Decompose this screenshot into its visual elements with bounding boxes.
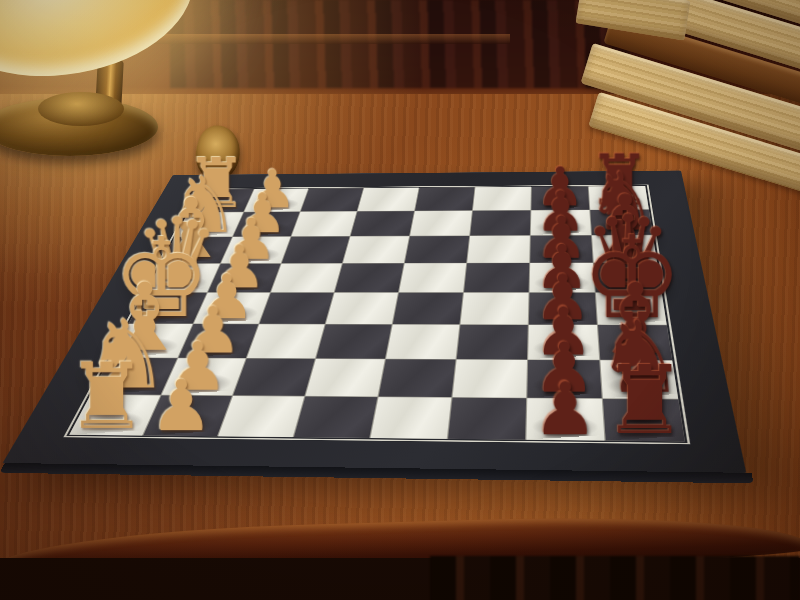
square-c6 — [467, 236, 530, 263]
square-d3 — [271, 264, 342, 293]
square-a3 — [301, 188, 364, 211]
piece-white-pawn: ♟ — [150, 378, 213, 433]
square-c3 — [282, 237, 350, 264]
square-a6 — [473, 187, 531, 211]
piece-white-rook: ♜ — [66, 362, 148, 433]
square-g6 — [453, 360, 527, 398]
square-d5 — [399, 263, 466, 292]
square-f3 — [247, 324, 325, 358]
chess-board: ♜♟♟♜♞♟♟♞♝♟♟♝♛♟♟♛♚♟♟♚♝♟♟♝♞♟♟♞♜♟♟♜ — [2, 170, 746, 473]
photo-scene: ♜♟♟♜♞♟♟♞♝♟♟♝♛♟♟♛♚♟♟♚♝♟♟♝♞♟♟♞♜♟♟♜ — [0, 0, 800, 600]
piece-red-pawn: ♟ — [533, 381, 598, 438]
square-a4 — [358, 188, 419, 211]
square-g3 — [233, 359, 315, 396]
square-f6 — [457, 325, 528, 360]
square-c5 — [405, 236, 469, 263]
square-h8: ♜ — [603, 399, 685, 442]
square-h4 — [294, 397, 377, 438]
square-h3 — [218, 396, 304, 437]
square-b4 — [351, 211, 415, 236]
square-h2: ♟ — [143, 395, 232, 436]
square-b5 — [410, 211, 472, 236]
piece-red-rook: ♜ — [602, 364, 687, 438]
board-grid: ♜♟♟♜♞♟♟♞♝♟♟♝♛♟♟♛♚♟♟♚♝♟♟♝♞♟♟♞♜♟♟♜ — [69, 186, 685, 442]
square-h5 — [370, 397, 451, 439]
square-h1: ♜ — [69, 395, 160, 436]
square-b6 — [470, 210, 530, 235]
square-g5 — [379, 359, 456, 397]
square-h6 — [448, 398, 526, 440]
board-frame: ♜♟♟♜♞♟♟♞♝♟♟♝♛♟♟♛♚♟♟♚♝♟♟♝♞♟♟♞♜♟♟♜ — [2, 170, 746, 473]
square-f4 — [316, 324, 392, 358]
lamp-base-top — [38, 92, 124, 126]
square-d6 — [464, 263, 529, 292]
square-e3 — [259, 293, 333, 324]
square-e5 — [393, 293, 463, 324]
square-e4 — [326, 293, 398, 324]
square-c4 — [343, 236, 409, 263]
square-b3 — [292, 211, 357, 236]
square-f5 — [386, 325, 459, 359]
square-a5 — [415, 187, 475, 210]
square-h7: ♟ — [526, 398, 604, 440]
square-d4 — [335, 263, 404, 292]
carved-spindles — [430, 556, 800, 600]
square-g4 — [306, 359, 385, 397]
square-e6 — [460, 293, 528, 325]
